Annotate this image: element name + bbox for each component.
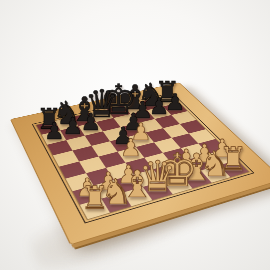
piece-black-pawn-b7[interactable]: ♟: [62, 115, 83, 138]
piece-black-pawn-a7[interactable]: ♟: [44, 119, 65, 142]
piece-white-rook-a1[interactable]: ♜: [81, 183, 110, 215]
chess-set-product-photo: ♜♞♝♛♚♝♞♜♟♟♟♟♟♟♟♟♟♟♟♟♟♟♟♟♜♞♝♛♚♝♞♜: [0, 0, 270, 270]
piece-black-pawn-c7[interactable]: ♟: [80, 110, 101, 133]
